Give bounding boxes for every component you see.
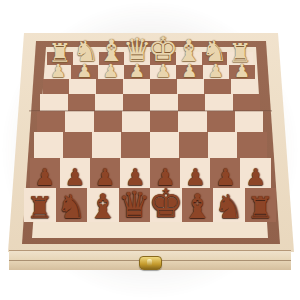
square	[150, 111, 178, 132]
piece-light-pawn: ♟	[181, 62, 197, 80]
piece-dark-pawn: ♟	[215, 166, 236, 189]
square: ♚	[150, 188, 182, 222]
square	[95, 94, 123, 111]
piece-dark-pawn: ♟	[125, 166, 146, 189]
piece-dark-bishop: ♝	[88, 189, 118, 223]
piece-light-pawn: ♟	[76, 62, 92, 80]
square	[233, 94, 261, 111]
piece-light-pawn: ♟	[208, 62, 224, 80]
square	[123, 94, 151, 111]
square	[122, 111, 150, 132]
square: ♟	[30, 158, 60, 188]
square: ♟	[240, 158, 270, 188]
piece-dark-pawn: ♟	[185, 166, 206, 189]
board-rank: ♟♟♟♟♟♟♟♟	[0, 65, 300, 79]
piece-light-pawn: ♟	[50, 62, 66, 80]
square: ♜	[47, 52, 73, 65]
latch-knob	[147, 259, 152, 266]
square	[231, 79, 258, 94]
piece-dark-pawn: ♟	[245, 166, 266, 189]
chess-set-photo: ♜♞♝♛♚♝♞♜♟♟♟♟♟♟♟♟♟♟♟♟♟♟♟♟♜♞♝♛♚♝♞♜	[0, 0, 300, 300]
square	[43, 79, 70, 94]
piece-dark-pawn: ♟	[155, 166, 176, 189]
piece-dark-pawn: ♟	[64, 166, 85, 189]
square: ♟	[210, 158, 240, 188]
board-rank	[0, 94, 300, 111]
square	[37, 111, 65, 132]
square: ♜	[227, 52, 253, 65]
square	[150, 94, 178, 111]
square: ♛	[124, 52, 150, 65]
square	[237, 132, 266, 158]
piece-dark-knight: ♞	[214, 190, 244, 223]
square: ♟	[45, 65, 71, 79]
square: ♟	[176, 65, 202, 79]
square: ♟	[60, 158, 90, 188]
square: ♚	[150, 52, 176, 65]
board-rank: ♟♟♟♟♟♟♟♟	[0, 158, 300, 188]
square: ♝	[99, 52, 125, 65]
square	[150, 132, 179, 158]
square: ♞	[56, 188, 88, 222]
square	[96, 79, 123, 94]
square: ♟	[150, 158, 180, 188]
piece-dark-pawn: ♟	[34, 166, 55, 189]
box-front-edge	[9, 250, 291, 270]
square	[63, 132, 92, 158]
square	[123, 79, 150, 94]
square: ♞	[202, 52, 228, 65]
board-rank	[0, 132, 300, 158]
piece-light-pawn: ♟	[155, 62, 171, 80]
fold-hinge-seam	[29, 110, 272, 112]
square	[68, 94, 96, 111]
square	[34, 132, 63, 158]
piece-light-pawn: ♟	[129, 62, 145, 80]
piece-dark-rook: ♜	[26, 193, 53, 223]
piece-light-pawn: ♟	[103, 62, 119, 80]
square	[121, 132, 150, 158]
square: ♜	[24, 188, 56, 222]
square	[150, 79, 177, 94]
board-rank	[0, 111, 300, 132]
square: ♟	[150, 65, 176, 79]
square	[207, 111, 235, 132]
board-rank	[0, 79, 300, 94]
square: ♟	[229, 65, 255, 79]
square	[69, 79, 96, 94]
square: ♟	[98, 65, 124, 79]
brass-latch-icon	[139, 256, 162, 270]
square: ♟	[180, 158, 210, 188]
square	[40, 94, 68, 111]
square	[208, 132, 237, 158]
square	[178, 111, 206, 132]
piece-dark-king: ♚	[148, 184, 183, 223]
square: ♞	[213, 188, 245, 222]
square: ♟	[71, 65, 97, 79]
piece-dark-bishop: ♝	[182, 189, 212, 223]
square: ♟	[124, 65, 150, 79]
square: ♜	[245, 188, 277, 222]
piece-dark-queen: ♛	[118, 187, 150, 223]
square: ♝	[182, 188, 214, 222]
square: ♟	[203, 65, 229, 79]
piece-dark-pawn: ♟	[95, 166, 116, 189]
square: ♟	[120, 158, 150, 188]
piece-dark-knight: ♞	[56, 190, 86, 223]
square: ♞	[73, 52, 99, 65]
square	[204, 79, 231, 94]
piece-light-pawn: ♟	[234, 62, 250, 80]
square	[65, 111, 93, 132]
square: ♝	[176, 52, 202, 65]
square: ♟	[90, 158, 120, 188]
square	[94, 111, 122, 132]
chess-board: ♜♞♝♛♚♝♞♜♟♟♟♟♟♟♟♟♟♟♟♟♟♟♟♟♜♞♝♛♚♝♞♜	[0, 52, 300, 222]
square	[179, 132, 208, 158]
piece-dark-rook: ♜	[247, 193, 274, 223]
square	[205, 94, 233, 111]
square	[235, 111, 263, 132]
square: ♝	[87, 188, 119, 222]
square: ♛	[119, 188, 151, 222]
board-rank: ♜♞♝♛♚♝♞♜	[0, 52, 300, 65]
board-rank: ♜♞♝♛♚♝♞♜	[0, 188, 300, 222]
square	[92, 132, 121, 158]
square	[177, 79, 204, 94]
square	[178, 94, 206, 111]
